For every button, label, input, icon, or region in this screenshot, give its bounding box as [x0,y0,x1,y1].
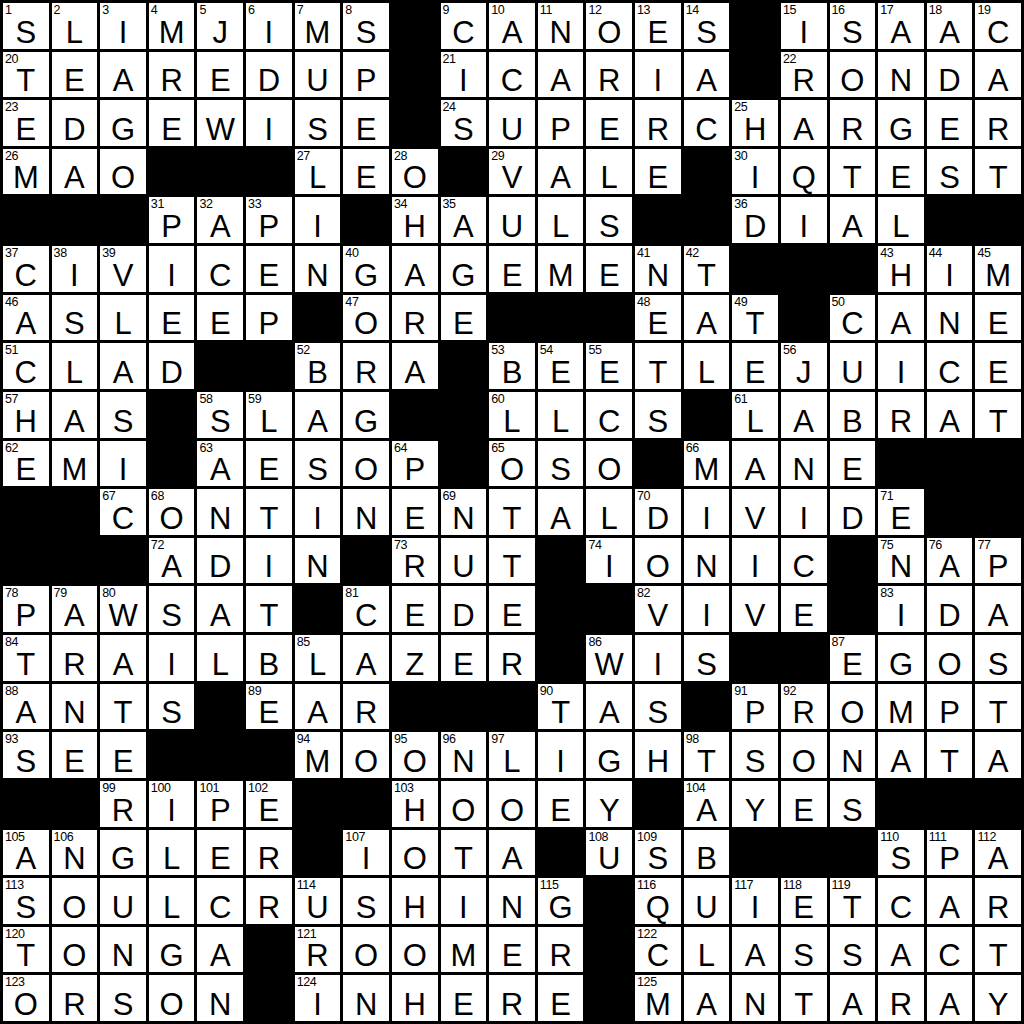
letter-cell[interactable]: E [149,100,195,146]
letter-cell[interactable]: V [732,586,778,632]
letter-cell[interactable]: 21I [441,52,487,98]
letter-cell[interactable]: 67C [100,489,146,535]
letter-cell[interactable]: U [295,52,341,98]
letter-cell[interactable]: 100I [149,781,195,827]
letter-cell[interactable]: 94M [295,732,341,778]
letter-cell[interactable]: A [295,392,341,438]
letter-cell[interactable]: S [538,441,584,487]
letter-cell[interactable]: N [295,538,341,584]
letter-cell[interactable]: 27L [295,149,341,195]
letter-cell[interactable]: 93S [3,732,49,778]
letter-cell[interactable]: 91P [732,684,778,730]
letter-cell[interactable]: O [392,830,438,876]
letter-cell[interactable]: A [830,197,876,243]
letter-cell[interactable]: 110S [878,830,924,876]
letter-cell[interactable]: E [781,781,827,827]
letter-cell[interactable]: 10A [489,3,535,49]
letter-cell[interactable]: C [197,878,243,924]
letter-cell[interactable]: A [684,295,730,341]
letter-cell[interactable]: O [343,927,389,973]
letter-cell[interactable]: I [878,343,924,389]
letter-cell[interactable]: C [927,927,973,973]
letter-cell[interactable]: I [635,635,681,681]
letter-cell[interactable]: O [830,52,876,98]
letter-cell[interactable]: I [149,635,195,681]
letter-cell[interactable]: L [197,635,243,681]
letter-cell[interactable]: O [830,684,876,730]
letter-cell[interactable]: D [246,52,292,98]
letter-cell[interactable]: S [830,781,876,827]
letter-cell[interactable]: L [586,489,632,535]
letter-cell[interactable]: 99R [100,781,146,827]
letter-cell[interactable]: S [830,927,876,973]
letter-cell[interactable]: 53B [489,343,535,389]
letter-cell[interactable]: I [295,197,341,243]
letter-cell[interactable]: 71E [878,489,924,535]
letter-cell[interactable]: 116Q [635,878,681,924]
letter-cell[interactable]: E [489,927,535,973]
letter-cell[interactable]: E [343,100,389,146]
letter-cell[interactable]: C [197,246,243,292]
letter-cell[interactable]: 86W [586,635,632,681]
letter-cell[interactable]: S [100,975,146,1021]
letter-cell[interactable]: 78P [3,586,49,632]
letter-cell[interactable]: M [52,441,98,487]
letter-cell[interactable]: A [732,927,778,973]
letter-cell[interactable]: I [635,52,681,98]
letter-cell[interactable]: 24S [441,100,487,146]
letter-cell[interactable]: Y [586,781,632,827]
letter-cell[interactable]: Y [732,781,778,827]
letter-cell[interactable]: 121R [295,927,341,973]
letter-cell[interactable]: E [197,295,243,341]
letter-cell[interactable]: B [246,635,292,681]
letter-cell[interactable]: S [295,441,341,487]
letter-cell[interactable]: A [927,878,973,924]
letter-cell[interactable]: E [586,246,632,292]
letter-cell[interactable]: A [684,975,730,1021]
letter-cell[interactable]: 73R [392,538,438,584]
letter-cell[interactable]: E [197,830,243,876]
letter-cell[interactable]: O [149,975,195,1021]
letter-cell[interactable]: A [52,392,98,438]
letter-cell[interactable]: 57H [3,392,49,438]
letter-cell[interactable]: 6I [246,3,292,49]
letter-cell[interactable]: 16S [830,3,876,49]
letter-cell[interactable]: A [927,975,973,1021]
letter-cell[interactable]: 32A [197,197,243,243]
letter-cell[interactable]: E [392,586,438,632]
letter-cell[interactable]: G [878,635,924,681]
letter-cell[interactable]: 47O [343,295,389,341]
letter-cell[interactable]: B [684,830,730,876]
letter-cell[interactable]: N [343,975,389,1021]
letter-cell[interactable]: D [52,100,98,146]
letter-cell[interactable]: M [538,246,584,292]
letter-cell[interactable]: M [441,927,487,973]
letter-cell[interactable]: 29V [489,149,535,195]
letter-cell[interactable]: E [52,52,98,98]
letter-cell[interactable]: L [538,392,584,438]
letter-cell[interactable]: E [197,52,243,98]
letter-cell[interactable]: 124I [295,975,341,1021]
letter-cell[interactable]: 115G [538,878,584,924]
letter-cell[interactable]: 109S [635,830,681,876]
letter-cell[interactable]: 76A [927,538,973,584]
letter-cell[interactable]: P [927,684,973,730]
letter-cell[interactable]: G [343,392,389,438]
letter-cell[interactable]: V [732,489,778,535]
letter-cell[interactable]: A [100,635,146,681]
letter-cell[interactable]: G [441,246,487,292]
letter-cell[interactable]: O [52,927,98,973]
letter-cell[interactable]: I [538,732,584,778]
letter-cell[interactable]: 14S [684,3,730,49]
letter-cell[interactable]: T [975,684,1021,730]
letter-cell[interactable]: E [635,149,681,195]
letter-cell[interactable]: 68O [149,489,195,535]
letter-cell[interactable]: 82V [635,586,681,632]
letter-cell[interactable]: C [489,52,535,98]
letter-cell[interactable]: T [489,489,535,535]
letter-cell[interactable]: S [149,684,195,730]
letter-cell[interactable]: S [52,295,98,341]
letter-cell[interactable]: L [684,927,730,973]
letter-cell[interactable]: N [343,489,389,535]
letter-cell[interactable]: T [830,149,876,195]
letter-cell[interactable]: A [52,149,98,195]
letter-cell[interactable]: I [781,489,827,535]
letter-cell[interactable]: 62E [3,441,49,487]
letter-cell[interactable]: L [878,197,924,243]
letter-cell[interactable]: 28O [392,149,438,195]
letter-cell[interactable]: R [343,343,389,389]
letter-cell[interactable]: D [197,538,243,584]
letter-cell[interactable]: N [781,441,827,487]
letter-cell[interactable]: E [392,489,438,535]
letter-cell[interactable]: 39V [100,246,146,292]
letter-cell[interactable]: 4M [149,3,195,49]
letter-cell[interactable]: 19C [975,3,1021,49]
letter-cell[interactable]: I [441,878,487,924]
letter-cell[interactable]: R [52,975,98,1021]
letter-cell[interactable]: A [878,295,924,341]
letter-cell[interactable]: 103H [392,781,438,827]
letter-cell[interactable]: G [586,732,632,778]
letter-cell[interactable]: A [878,732,924,778]
letter-cell[interactable]: P [538,100,584,146]
letter-cell[interactable]: 80W [100,586,146,632]
letter-cell[interactable]: L [684,343,730,389]
letter-cell[interactable]: T [246,586,292,632]
letter-cell[interactable]: 33P [246,197,292,243]
letter-cell[interactable]: T [635,343,681,389]
letter-cell[interactable]: 117I [732,878,778,924]
letter-cell[interactable]: E [149,295,195,341]
letter-cell[interactable]: A [392,246,438,292]
letter-cell[interactable]: I [246,538,292,584]
letter-cell[interactable]: 61L [732,392,778,438]
letter-cell[interactable]: 35A [441,197,487,243]
letter-cell[interactable]: E [489,586,535,632]
letter-cell[interactable]: E [246,441,292,487]
letter-cell[interactable]: R [538,927,584,973]
letter-cell[interactable]: N [197,975,243,1021]
letter-cell[interactable]: 95O [392,732,438,778]
letter-cell[interactable]: 45M [975,246,1021,292]
letter-cell[interactable]: O [343,732,389,778]
letter-cell[interactable]: 2L [52,3,98,49]
letter-cell[interactable]: G [149,927,195,973]
letter-cell[interactable]: 113S [3,878,49,924]
letter-cell[interactable]: A [781,100,827,146]
letter-cell[interactable]: E [975,295,1021,341]
letter-cell[interactable]: S [343,878,389,924]
letter-cell[interactable]: O [100,149,146,195]
letter-cell[interactable]: R [392,295,438,341]
letter-cell[interactable]: U [684,878,730,924]
letter-cell[interactable]: 107I [343,830,389,876]
letter-cell[interactable]: T [927,732,973,778]
letter-cell[interactable]: I [246,100,292,146]
letter-cell[interactable]: I [100,441,146,487]
letter-cell[interactable]: 75N [878,538,924,584]
letter-cell[interactable]: E [52,732,98,778]
letter-cell[interactable]: 51C [3,343,49,389]
letter-cell[interactable]: E [927,100,973,146]
letter-cell[interactable]: D [149,343,195,389]
letter-cell[interactable]: 56J [781,343,827,389]
letter-cell[interactable]: A [586,684,632,730]
letter-cell[interactable]: 119T [830,878,876,924]
letter-cell[interactable]: 7M [295,3,341,49]
letter-cell[interactable]: T [246,489,292,535]
letter-cell[interactable]: 48E [635,295,681,341]
letter-cell[interactable]: O [52,878,98,924]
letter-cell[interactable]: O [781,732,827,778]
letter-cell[interactable]: T [441,830,487,876]
letter-cell[interactable]: R [878,975,924,1021]
letter-cell[interactable]: 123O [3,975,49,1021]
letter-cell[interactable]: 112A [975,830,1021,876]
letter-cell[interactable]: I [295,489,341,535]
letter-cell[interactable]: D [927,586,973,632]
letter-cell[interactable]: P [246,295,292,341]
letter-cell[interactable]: 102E [246,781,292,827]
letter-cell[interactable]: E [100,732,146,778]
letter-cell[interactable]: L [149,878,195,924]
letter-cell[interactable]: A [975,586,1021,632]
letter-cell[interactable]: U [489,100,535,146]
letter-cell[interactable]: R [878,392,924,438]
letter-cell[interactable]: 58S [197,392,243,438]
letter-cell[interactable]: G [100,830,146,876]
letter-cell[interactable]: D [441,586,487,632]
letter-cell[interactable]: 34H [392,197,438,243]
letter-cell[interactable]: L [586,149,632,195]
letter-cell[interactable]: E [586,100,632,146]
letter-cell[interactable]: 69N [441,489,487,535]
letter-cell[interactable]: S [586,197,632,243]
letter-cell[interactable]: 70D [635,489,681,535]
letter-cell[interactable]: 50C [830,295,876,341]
letter-cell[interactable]: N [100,927,146,973]
letter-cell[interactable]: E [830,441,876,487]
letter-cell[interactable]: N [927,295,973,341]
letter-cell[interactable]: 59L [246,392,292,438]
letter-cell[interactable]: A [295,684,341,730]
letter-cell[interactable]: N [732,975,778,1021]
letter-cell[interactable]: D [927,52,973,98]
letter-cell[interactable]: 120T [3,927,49,973]
letter-cell[interactable]: 108U [586,830,632,876]
letter-cell[interactable]: O [343,441,389,487]
letter-cell[interactable]: S [975,635,1021,681]
letter-cell[interactable]: 26M [3,149,49,195]
letter-cell[interactable]: 88A [3,684,49,730]
letter-cell[interactable]: A [927,392,973,438]
letter-cell[interactable]: H [635,732,681,778]
letter-cell[interactable]: C [684,100,730,146]
letter-cell[interactable]: 20T [3,52,49,98]
letter-cell[interactable]: A [538,52,584,98]
letter-cell[interactable]: C [927,343,973,389]
letter-cell[interactable]: 77P [975,538,1021,584]
letter-cell[interactable]: S [927,149,973,195]
letter-cell[interactable]: E [441,635,487,681]
letter-cell[interactable]: E [246,246,292,292]
letter-cell[interactable]: T [975,392,1021,438]
letter-cell[interactable]: 8S [343,3,389,49]
letter-cell[interactable]: 49T [732,295,778,341]
letter-cell[interactable]: A [100,52,146,98]
letter-cell[interactable]: 90T [538,684,584,730]
letter-cell[interactable]: Z [392,635,438,681]
letter-cell[interactable]: T [975,927,1021,973]
letter-cell[interactable]: A [489,830,535,876]
letter-cell[interactable]: A [684,52,730,98]
letter-cell[interactable]: A [197,927,243,973]
letter-cell[interactable]: N [878,52,924,98]
letter-cell[interactable]: 40G [343,246,389,292]
letter-cell[interactable]: A [538,149,584,195]
letter-cell[interactable]: 66M [684,441,730,487]
letter-cell[interactable]: 97L [489,732,535,778]
letter-cell[interactable]: I [732,538,778,584]
letter-cell[interactable]: A [197,586,243,632]
letter-cell[interactable]: 72A [149,538,195,584]
letter-cell[interactable]: 85L [295,635,341,681]
letter-cell[interactable]: A [781,392,827,438]
letter-cell[interactable]: E [343,149,389,195]
letter-cell[interactable]: 42T [684,246,730,292]
letter-cell[interactable]: 96N [441,732,487,778]
letter-cell[interactable]: 23E [3,100,49,146]
letter-cell[interactable]: E [489,246,535,292]
letter-cell[interactable]: A [343,635,389,681]
letter-cell[interactable]: 30I [732,149,778,195]
letter-cell[interactable]: G [100,100,146,146]
letter-cell[interactable]: G [878,100,924,146]
letter-cell[interactable]: T [100,684,146,730]
letter-cell[interactable]: 81C [343,586,389,632]
letter-cell[interactable]: P [343,52,389,98]
letter-cell[interactable]: R [52,635,98,681]
letter-cell[interactable]: C [878,878,924,924]
letter-cell[interactable]: 37C [3,246,49,292]
letter-cell[interactable]: 118E [781,878,827,924]
letter-cell[interactable]: I [684,586,730,632]
letter-cell[interactable]: O [392,927,438,973]
letter-cell[interactable]: Y [975,975,1021,1021]
letter-cell[interactable]: A [878,927,924,973]
letter-cell[interactable]: 18A [927,3,973,49]
letter-cell[interactable]: 65O [489,441,535,487]
letter-cell[interactable]: N [684,538,730,584]
letter-cell[interactable]: R [343,684,389,730]
letter-cell[interactable]: 111P [927,830,973,876]
letter-cell[interactable]: 74I [586,538,632,584]
letter-cell[interactable]: 38I [52,246,98,292]
letter-cell[interactable]: 43H [878,246,924,292]
letter-cell[interactable]: 84T [3,635,49,681]
letter-cell[interactable]: 54E [538,343,584,389]
letter-cell[interactable]: O [586,441,632,487]
letter-cell[interactable]: 5J [197,3,243,49]
letter-cell[interactable]: L [100,295,146,341]
letter-cell[interactable]: 1S [3,3,49,49]
letter-cell[interactable]: S [635,684,681,730]
letter-cell[interactable]: N [52,684,98,730]
letter-cell[interactable]: I [781,197,827,243]
letter-cell[interactable]: 89E [246,684,292,730]
letter-cell[interactable]: 79A [52,586,98,632]
letter-cell[interactable]: 36D [732,197,778,243]
letter-cell[interactable]: 55E [586,343,632,389]
letter-cell[interactable]: U [489,197,535,243]
letter-cell[interactable]: 15I [781,3,827,49]
letter-cell[interactable]: R [975,100,1021,146]
letter-cell[interactable]: W [197,100,243,146]
letter-cell[interactable]: 12O [586,3,632,49]
letter-cell[interactable]: 92R [781,684,827,730]
letter-cell[interactable]: 104A [684,781,730,827]
letter-cell[interactable]: O [927,635,973,681]
letter-cell[interactable]: 83I [878,586,924,632]
letter-cell[interactable]: O [489,781,535,827]
letter-cell[interactable]: B [830,392,876,438]
letter-cell[interactable]: E [878,149,924,195]
letter-cell[interactable]: A [975,732,1021,778]
letter-cell[interactable]: 11N [538,3,584,49]
letter-cell[interactable]: A [732,441,778,487]
letter-cell[interactable]: R [149,52,195,98]
letter-cell[interactable]: 122C [635,927,681,973]
letter-cell[interactable]: 3I [100,3,146,49]
letter-cell[interactable]: A [975,52,1021,98]
letter-cell[interactable]: S [100,392,146,438]
letter-cell[interactable]: 31P [149,197,195,243]
letter-cell[interactable]: S [295,100,341,146]
letter-cell[interactable]: 87E [830,635,876,681]
letter-cell[interactable]: E [781,586,827,632]
letter-cell[interactable]: Q [781,149,827,195]
letter-cell[interactable]: U [100,878,146,924]
letter-cell[interactable]: T [781,975,827,1021]
letter-cell[interactable]: A [538,489,584,535]
letter-cell[interactable]: 17A [878,3,924,49]
letter-cell[interactable]: 114U [295,878,341,924]
